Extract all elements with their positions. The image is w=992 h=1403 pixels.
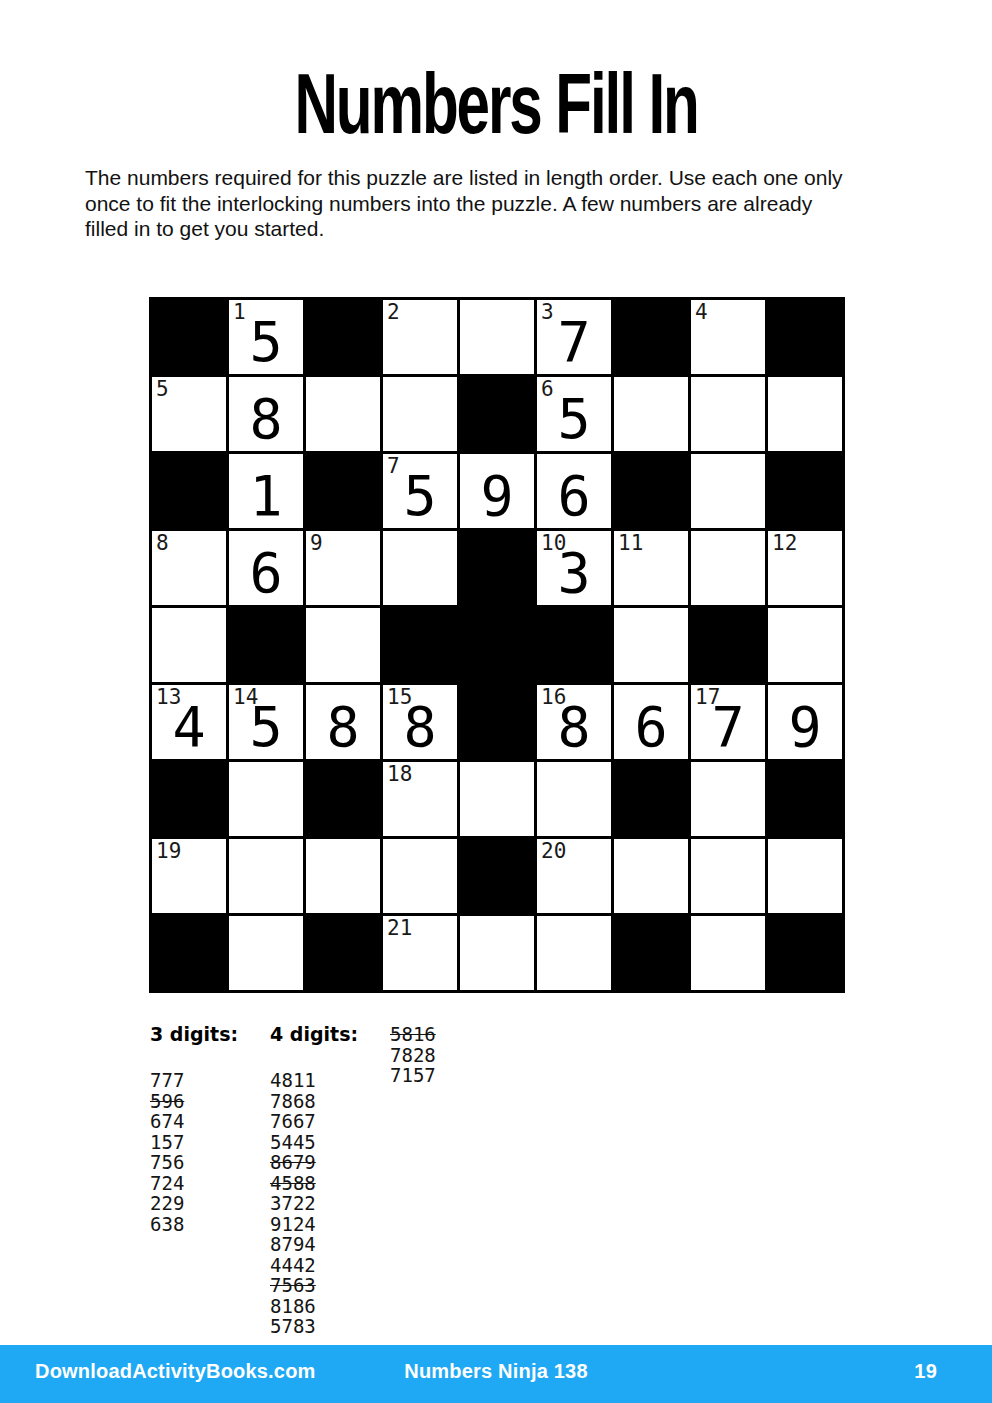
grid-cell[interactable]: 6: [614, 685, 688, 759]
grid-cell[interactable]: [306, 839, 380, 913]
cell-value: 4: [152, 685, 226, 759]
grid-cell[interactable]: [691, 454, 765, 528]
clue-number: 9: [310, 532, 323, 554]
list-number: 7563: [270, 1275, 358, 1296]
grid-cell[interactable]: [152, 608, 226, 682]
grid-cell[interactable]: 2: [383, 300, 457, 374]
clue-number: 21: [387, 917, 412, 939]
list-number: 4588: [270, 1173, 358, 1194]
list-number: 157: [150, 1132, 238, 1153]
grid-cell[interactable]: 6: [229, 531, 303, 605]
grid-cell[interactable]: 8: [306, 685, 380, 759]
grid-cell[interactable]: 1: [229, 454, 303, 528]
cell-value: 8: [383, 685, 457, 759]
cell-value: 6: [614, 685, 688, 759]
grid-cell[interactable]: 177: [691, 685, 765, 759]
grid-cell[interactable]: 103: [537, 531, 611, 605]
list-number: 7868: [270, 1091, 358, 1112]
list-number: 596: [150, 1091, 238, 1112]
black-cell: [460, 685, 534, 759]
black-cell: [460, 608, 534, 682]
black-cell: [306, 300, 380, 374]
list-number: 638: [150, 1214, 238, 1235]
cell-value: 5: [229, 685, 303, 759]
grid-cell[interactable]: 20: [537, 839, 611, 913]
grid-cell[interactable]: 9: [306, 531, 380, 605]
footer-page-number: 19: [914, 1360, 937, 1383]
black-cell: [306, 762, 380, 836]
list-header: 3 digits:: [150, 1024, 238, 1046]
grid-cell[interactable]: [460, 916, 534, 990]
page-title-text: Numbers Fill In: [294, 60, 697, 146]
number-list-column: 581678287157: [390, 1024, 436, 1086]
instructions-line-2: once to fit the interlocking numbers int…: [85, 191, 935, 217]
cell-value: 8: [229, 377, 303, 451]
grid-cell[interactable]: [691, 839, 765, 913]
list-number: 777: [150, 1070, 238, 1091]
grid-cell[interactable]: [229, 762, 303, 836]
clue-number: 8: [156, 532, 169, 554]
grid-cell[interactable]: 145: [229, 685, 303, 759]
grid-cell[interactable]: [460, 762, 534, 836]
clue-number: 12: [772, 532, 797, 554]
grid-cell[interactable]: 37: [537, 300, 611, 374]
black-cell: [383, 608, 457, 682]
cell-value: 3: [537, 531, 611, 605]
grid-cell[interactable]: [460, 300, 534, 374]
cell-value: 5: [229, 300, 303, 374]
list-number: 674: [150, 1111, 238, 1132]
page-title: Numbers Fill In: [0, 60, 992, 146]
clue-number: 18: [387, 763, 412, 785]
grid-cell[interactable]: [229, 916, 303, 990]
cell-value: 7: [537, 300, 611, 374]
grid-cell[interactable]: [691, 531, 765, 605]
black-cell: [152, 916, 226, 990]
grid-cell[interactable]: 6: [537, 454, 611, 528]
list-number: 756: [150, 1152, 238, 1173]
cell-value: 5: [537, 377, 611, 451]
grid-cell[interactable]: [306, 608, 380, 682]
cell-value: 8: [306, 685, 380, 759]
grid-cell[interactable]: [306, 377, 380, 451]
grid-cell[interactable]: [537, 916, 611, 990]
grid-cell[interactable]: 15: [229, 300, 303, 374]
grid-cell[interactable]: 65: [537, 377, 611, 451]
cell-value: 1: [229, 454, 303, 528]
clue-number: 11: [618, 532, 643, 554]
grid-cell[interactable]: [614, 839, 688, 913]
instructions-line-3: filled in to get you started.: [85, 216, 935, 242]
list-number: 229: [150, 1193, 238, 1214]
grid-cell[interactable]: [383, 531, 457, 605]
number-list-column: 4 digits:4811786876675445867945883722912…: [270, 1024, 358, 1337]
black-cell: [768, 916, 842, 990]
footer-puzzle-name: Numbers Ninja 138: [404, 1360, 587, 1383]
list-number: 5783: [270, 1316, 358, 1337]
grid-cell[interactable]: [614, 377, 688, 451]
black-cell: [460, 531, 534, 605]
grid-cell[interactable]: [691, 762, 765, 836]
grid-cell[interactable]: [691, 916, 765, 990]
grid-cell[interactable]: 4: [691, 300, 765, 374]
list-number: 7667: [270, 1111, 358, 1132]
list-number: 724: [150, 1173, 238, 1194]
instructions-line-1: The numbers required for this puzzle are…: [85, 165, 935, 191]
list-number: 4442: [270, 1255, 358, 1276]
list-number: 8794: [270, 1234, 358, 1255]
black-cell: [768, 300, 842, 374]
grid-cell[interactable]: 75: [383, 454, 457, 528]
grid-cell[interactable]: [768, 608, 842, 682]
list-number: 8679: [270, 1152, 358, 1173]
grid-cell[interactable]: 8: [152, 531, 226, 605]
black-cell: [306, 916, 380, 990]
black-cell: [768, 454, 842, 528]
cell-value: 9: [460, 454, 534, 528]
grid-cell[interactable]: 8: [229, 377, 303, 451]
grid-cell[interactable]: 18: [383, 762, 457, 836]
footer-site-name: DownloadActivityBooks.com: [35, 1360, 316, 1383]
grid-cell[interactable]: 5: [152, 377, 226, 451]
footer-bar: DownloadActivityBooks.com Numbers Ninja …: [0, 1345, 992, 1403]
black-cell: [306, 454, 380, 528]
black-cell: [768, 762, 842, 836]
grid-cell[interactable]: 11: [614, 531, 688, 605]
black-cell: [460, 377, 534, 451]
grid-cell[interactable]: [614, 608, 688, 682]
cell-value: 6: [229, 531, 303, 605]
cell-value: 6: [537, 454, 611, 528]
grid-cell[interactable]: [537, 762, 611, 836]
grid-cell[interactable]: [383, 377, 457, 451]
cell-value: 5: [383, 454, 457, 528]
list-number: 8186: [270, 1296, 358, 1317]
list-number: 4811: [270, 1070, 358, 1091]
grid-cell[interactable]: [691, 377, 765, 451]
grid-cell[interactable]: 9: [768, 685, 842, 759]
list-number: 7157: [390, 1065, 436, 1086]
grid-cell[interactable]: 158: [383, 685, 457, 759]
instructions: The numbers required for this puzzle are…: [85, 165, 935, 242]
grid-cell[interactable]: 21: [383, 916, 457, 990]
list-number: 9124: [270, 1214, 358, 1235]
cell-value: 9: [768, 685, 842, 759]
list-number: 7828: [390, 1045, 436, 1066]
black-cell: [152, 300, 226, 374]
puzzle-grid: 1523745865175968691031112134145815816861…: [149, 297, 845, 993]
number-list-column: 3 digits:777596674157756724229638: [150, 1024, 238, 1234]
black-cell: [152, 454, 226, 528]
clue-number: 19: [156, 840, 181, 862]
grid-cell[interactable]: 12: [768, 531, 842, 605]
grid-cell[interactable]: 19: [152, 839, 226, 913]
grid-cell[interactable]: [768, 839, 842, 913]
grid-cell[interactable]: 168: [537, 685, 611, 759]
clue-number: 5: [156, 378, 169, 400]
cell-value: 7: [691, 685, 765, 759]
cell-value: 8: [537, 685, 611, 759]
grid-cell[interactable]: 9: [460, 454, 534, 528]
list-header: 4 digits:: [270, 1024, 358, 1046]
black-cell: [152, 762, 226, 836]
black-cell: [537, 608, 611, 682]
black-cell: [614, 762, 688, 836]
clue-number: 2: [387, 301, 400, 323]
black-cell: [614, 454, 688, 528]
list-number: 5816: [390, 1024, 436, 1045]
list-number: 3722: [270, 1193, 358, 1214]
clue-number: 20: [541, 840, 566, 862]
grid-cell[interactable]: 134: [152, 685, 226, 759]
black-cell: [460, 839, 534, 913]
grid-cell[interactable]: [768, 377, 842, 451]
black-cell: [691, 608, 765, 682]
list-number: 5445: [270, 1132, 358, 1153]
grid-cell[interactable]: [383, 839, 457, 913]
clue-number: 4: [695, 301, 708, 323]
black-cell: [614, 300, 688, 374]
grid-cell[interactable]: [229, 839, 303, 913]
black-cell: [229, 608, 303, 682]
black-cell: [614, 916, 688, 990]
